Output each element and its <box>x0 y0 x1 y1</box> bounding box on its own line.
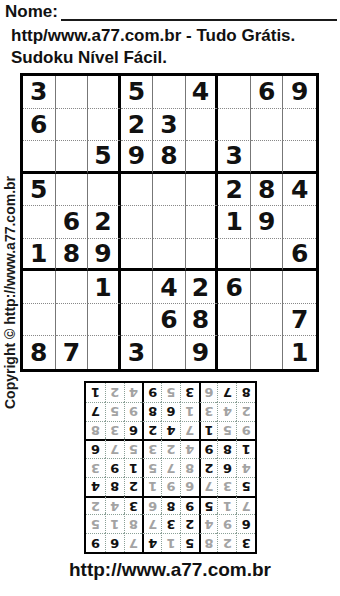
solution-cell-r5c9: 3 <box>86 458 105 477</box>
puzzle-cell-r5c1[interactable] <box>23 206 56 239</box>
solution-cell-r8c6: 8 <box>142 402 161 421</box>
puzzle-cell-r1c3[interactable] <box>88 76 121 109</box>
solution-cell-r6c7: 5 <box>124 439 143 458</box>
solution-cell-r2c2: 9 <box>217 514 236 533</box>
puzzle-cell-r5c6[interactable] <box>186 206 219 239</box>
puzzle-cell-r3c4: 9 <box>121 141 154 174</box>
puzzle-cell-r6c4[interactable] <box>121 239 154 272</box>
puzzle-cell-r7c9[interactable] <box>283 271 316 304</box>
solution-cell-r6c9: 6 <box>86 439 105 458</box>
puzzle-cell-r3c6[interactable] <box>186 141 219 174</box>
puzzle-cell-r8c1[interactable] <box>23 304 56 337</box>
puzzle-grid: 354696235983528462191896142668787391 <box>20 73 319 372</box>
puzzle-cell-r6c6[interactable] <box>186 239 219 272</box>
solution-cell-r6c1: 1 <box>236 439 255 458</box>
puzzle-cell-r6c7[interactable] <box>218 239 251 272</box>
puzzle-cell-r9c8[interactable] <box>251 336 284 369</box>
solution-cell-r6c6: 3 <box>142 439 161 458</box>
solution-cell-r4c5: 9 <box>161 477 180 496</box>
solution-cell-r5c2: 6 <box>217 458 236 477</box>
solution-cell-r6c5: 2 <box>161 439 180 458</box>
puzzle-cell-r4c9: 4 <box>283 174 316 207</box>
solution-cell-r4c2: 3 <box>217 477 236 496</box>
puzzle-cell-r8c4[interactable] <box>121 304 154 337</box>
solution-cell-r2c7: 8 <box>124 514 143 533</box>
puzzle-cell-r5c3: 2 <box>88 206 121 239</box>
name-blank-line[interactable] <box>61 19 337 21</box>
solution-cell-r4c8: 8 <box>105 477 124 496</box>
solution-cell-r9c4: 3 <box>180 383 199 402</box>
solution-cell-r3c3: 5 <box>199 496 218 515</box>
puzzle-title: Sudoku Nível Fácil. <box>11 48 167 68</box>
puzzle-cell-r8c9: 7 <box>283 304 316 337</box>
puzzle-cell-r2c6[interactable] <box>186 109 219 142</box>
solution-cell-r6c4: 4 <box>180 439 199 458</box>
solution-cell-r1c7: 7 <box>124 533 143 552</box>
puzzle-cell-r4c4[interactable] <box>121 174 154 207</box>
puzzle-cell-r4c6[interactable] <box>186 174 219 207</box>
solution-cell-r7c8: 3 <box>105 421 124 440</box>
puzzle-cell-r5c5[interactable] <box>153 206 186 239</box>
puzzle-cell-r6c1: 1 <box>23 239 56 272</box>
puzzle-cell-r3c3: 5 <box>88 141 121 174</box>
solution-cell-r3c6: 6 <box>142 496 161 515</box>
solution-cell-r5c8: 9 <box>105 458 124 477</box>
puzzle-cell-r9c3[interactable] <box>88 336 121 369</box>
puzzle-cell-r4c3[interactable] <box>88 174 121 207</box>
puzzle-cell-r3c8[interactable] <box>251 141 284 174</box>
puzzle-cell-r6c9: 6 <box>283 239 316 272</box>
solution-cell-r3c2: 1 <box>217 496 236 515</box>
puzzle-cell-r2c9[interactable] <box>283 109 316 142</box>
solution-cell-r8c5: 6 <box>161 402 180 421</box>
puzzle-cell-r6c2: 8 <box>56 239 89 272</box>
puzzle-cell-r4c1: 5 <box>23 174 56 207</box>
solution-cell-r8c3: 3 <box>199 402 218 421</box>
solution-cell-r3c5: 8 <box>161 496 180 515</box>
solution-cell-r1c9: 9 <box>86 533 105 552</box>
solution-cell-r8c7: 9 <box>124 402 143 421</box>
solution-cell-r4c3: 7 <box>199 477 218 496</box>
solution-cell-r1c1: 3 <box>236 533 255 552</box>
solution-cell-r9c7: 4 <box>124 383 143 402</box>
puzzle-cell-r6c5[interactable] <box>153 239 186 272</box>
solution-cell-r8c2: 4 <box>217 402 236 421</box>
solution-cell-r4c7: 2 <box>124 477 143 496</box>
solution-cell-r7c3: 1 <box>199 421 218 440</box>
solution-cell-r4c4: 6 <box>180 477 199 496</box>
puzzle-cell-r3c7: 3 <box>218 141 251 174</box>
solution-cell-r9c8: 2 <box>105 383 124 402</box>
footer-url: http://www.a77.com.br <box>0 559 340 581</box>
puzzle-cell-r8c7[interactable] <box>218 304 251 337</box>
solution-cell-r4c9: 4 <box>86 477 105 496</box>
solution-cell-r7c9: 8 <box>86 421 105 440</box>
puzzle-cell-r2c3[interactable] <box>88 109 121 142</box>
puzzle-cell-r9c1: 8 <box>23 336 56 369</box>
puzzle-cell-r2c2[interactable] <box>56 109 89 142</box>
puzzle-cell-r7c7: 6 <box>218 271 251 304</box>
solution-cell-r1c6: 4 <box>142 533 161 552</box>
puzzle-cell-r1c5[interactable] <box>153 76 186 109</box>
solution-cell-r3c9: 2 <box>86 496 105 515</box>
solution-cell-r6c2: 8 <box>217 439 236 458</box>
solution-cell-r9c1: 8 <box>236 383 255 402</box>
puzzle-cell-r4c8: 8 <box>251 174 284 207</box>
puzzle-cell-r2c4: 2 <box>121 109 154 142</box>
puzzle-cell-r9c4: 3 <box>121 336 154 369</box>
solution-cell-r7c5: 4 <box>161 421 180 440</box>
solution-cell-r5c4: 8 <box>180 458 199 477</box>
puzzle-cell-r1c6: 4 <box>186 76 219 109</box>
puzzle-cell-r7c3: 1 <box>88 271 121 304</box>
puzzle-cell-r9c2: 7 <box>56 336 89 369</box>
solution-cell-r9c2: 7 <box>217 383 236 402</box>
copyright-vertical-text: Copyright © http://www.a77.com.br <box>2 176 18 409</box>
puzzle-cell-r5c2: 6 <box>56 206 89 239</box>
puzzle-cell-r2c5: 3 <box>153 109 186 142</box>
sudoku-page: Nome: http/www.a77.com.br - Tudo Grátis.… <box>0 0 340 596</box>
puzzle-cell-r1c2[interactable] <box>56 76 89 109</box>
solution-cell-r5c3: 2 <box>199 458 218 477</box>
solution-cell-r7c1: 9 <box>236 421 255 440</box>
puzzle-cell-r1c1: 3 <box>23 76 56 109</box>
puzzle-cell-r1c7[interactable] <box>218 76 251 109</box>
puzzle-cell-r5c4[interactable] <box>121 206 154 239</box>
solution-cell-r6c3: 9 <box>199 439 218 458</box>
puzzle-cell-r6c3: 9 <box>88 239 121 272</box>
puzzle-cell-r7c2[interactable] <box>56 271 89 304</box>
solution-cell-r5c7: 1 <box>124 458 143 477</box>
puzzle-cell-r7c5: 4 <box>153 271 186 304</box>
solution-cell-r2c4: 2 <box>180 514 199 533</box>
puzzle-cell-r5c8: 9 <box>251 206 284 239</box>
puzzle-cell-r4c5[interactable] <box>153 174 186 207</box>
solution-cell-r5c5: 7 <box>161 458 180 477</box>
name-label: Nome: <box>5 2 58 22</box>
solution-cell-r2c1: 6 <box>236 514 255 533</box>
puzzle-cell-r7c4[interactable] <box>121 271 154 304</box>
puzzle-cell-r9c6: 9 <box>186 336 219 369</box>
puzzle-cell-r7c8[interactable] <box>251 271 284 304</box>
solution-cell-r1c4: 5 <box>180 533 199 552</box>
solution-cell-r9c6: 9 <box>142 383 161 402</box>
solution-grid-rotated: 3285147696942378157159863425376912844628… <box>84 381 257 554</box>
puzzle-cell-r7c6: 2 <box>186 271 219 304</box>
puzzle-cell-r1c8: 6 <box>251 76 284 109</box>
puzzle-cell-r1c4: 5 <box>121 76 154 109</box>
puzzle-cell-r8c8[interactable] <box>251 304 284 337</box>
solution-cell-r9c9: 1 <box>86 383 105 402</box>
puzzle-cell-r2c1: 6 <box>23 109 56 142</box>
solution-cell-r1c5: 1 <box>161 533 180 552</box>
puzzle-cell-r8c6: 8 <box>186 304 219 337</box>
puzzle-cell-r8c5: 6 <box>153 304 186 337</box>
solution-cell-r3c7: 3 <box>124 496 143 515</box>
puzzle-cell-r1c9: 9 <box>283 76 316 109</box>
solution-cell-r3c1: 7 <box>236 496 255 515</box>
puzzle-cell-r2c8[interactable] <box>251 109 284 142</box>
solution-cell-r1c2: 2 <box>217 533 236 552</box>
solution-cell-r3c4: 9 <box>180 496 199 515</box>
puzzle-cell-r5c9[interactable] <box>283 206 316 239</box>
solution-cell-r2c9: 5 <box>86 514 105 533</box>
puzzle-cell-r4c2[interactable] <box>56 174 89 207</box>
solution-cell-r9c5: 5 <box>161 383 180 402</box>
puzzle-cell-r3c5: 8 <box>153 141 186 174</box>
solution-cell-r8c8: 5 <box>105 402 124 421</box>
puzzle-cell-r4c7: 2 <box>218 174 251 207</box>
puzzle-cell-r9c9: 1 <box>283 336 316 369</box>
solution-cell-r7c2: 5 <box>217 421 236 440</box>
puzzle-cell-r8c2[interactable] <box>56 304 89 337</box>
puzzle-cell-r5c7: 1 <box>218 206 251 239</box>
puzzle-cell-r9c7[interactable] <box>218 336 251 369</box>
solution-cell-r9c3: 6 <box>199 383 218 402</box>
solution-cell-r8c9: 7 <box>86 402 105 421</box>
puzzle-cell-r6c8[interactable] <box>251 239 284 272</box>
solution-cell-r5c1: 4 <box>236 458 255 477</box>
puzzle-cell-r3c9[interactable] <box>283 141 316 174</box>
solution-cell-r2c6: 7 <box>142 514 161 533</box>
puzzle-cell-r2c7[interactable] <box>218 109 251 142</box>
solution-cell-r5c6: 5 <box>142 458 161 477</box>
solution-cell-r2c5: 3 <box>161 514 180 533</box>
solution-cell-r2c3: 4 <box>199 514 218 533</box>
puzzle-cell-r3c2[interactable] <box>56 141 89 174</box>
puzzle-cell-r7c1[interactable] <box>23 271 56 304</box>
solution-cell-r7c7: 6 <box>124 421 143 440</box>
solution-cell-r8c4: 1 <box>180 402 199 421</box>
site-tagline: http/www.a77.com.br - Tudo Grátis. <box>11 26 295 46</box>
solution-cell-r7c6: 2 <box>142 421 161 440</box>
puzzle-cell-r8c3[interactable] <box>88 304 121 337</box>
puzzle-cell-r9c5[interactable] <box>153 336 186 369</box>
solution-cell-r3c8: 4 <box>105 496 124 515</box>
solution-cell-r8c1: 2 <box>236 402 255 421</box>
solution-cell-r2c8: 1 <box>105 514 124 533</box>
solution-cell-r4c1: 5 <box>236 477 255 496</box>
solution-cell-r6c8: 7 <box>105 439 124 458</box>
solution-cell-r1c8: 6 <box>105 533 124 552</box>
puzzle-cell-r3c1[interactable] <box>23 141 56 174</box>
solution-cell-r4c6: 1 <box>142 477 161 496</box>
solution-cell-r7c4: 7 <box>180 421 199 440</box>
solution-cell-r1c3: 8 <box>199 533 218 552</box>
